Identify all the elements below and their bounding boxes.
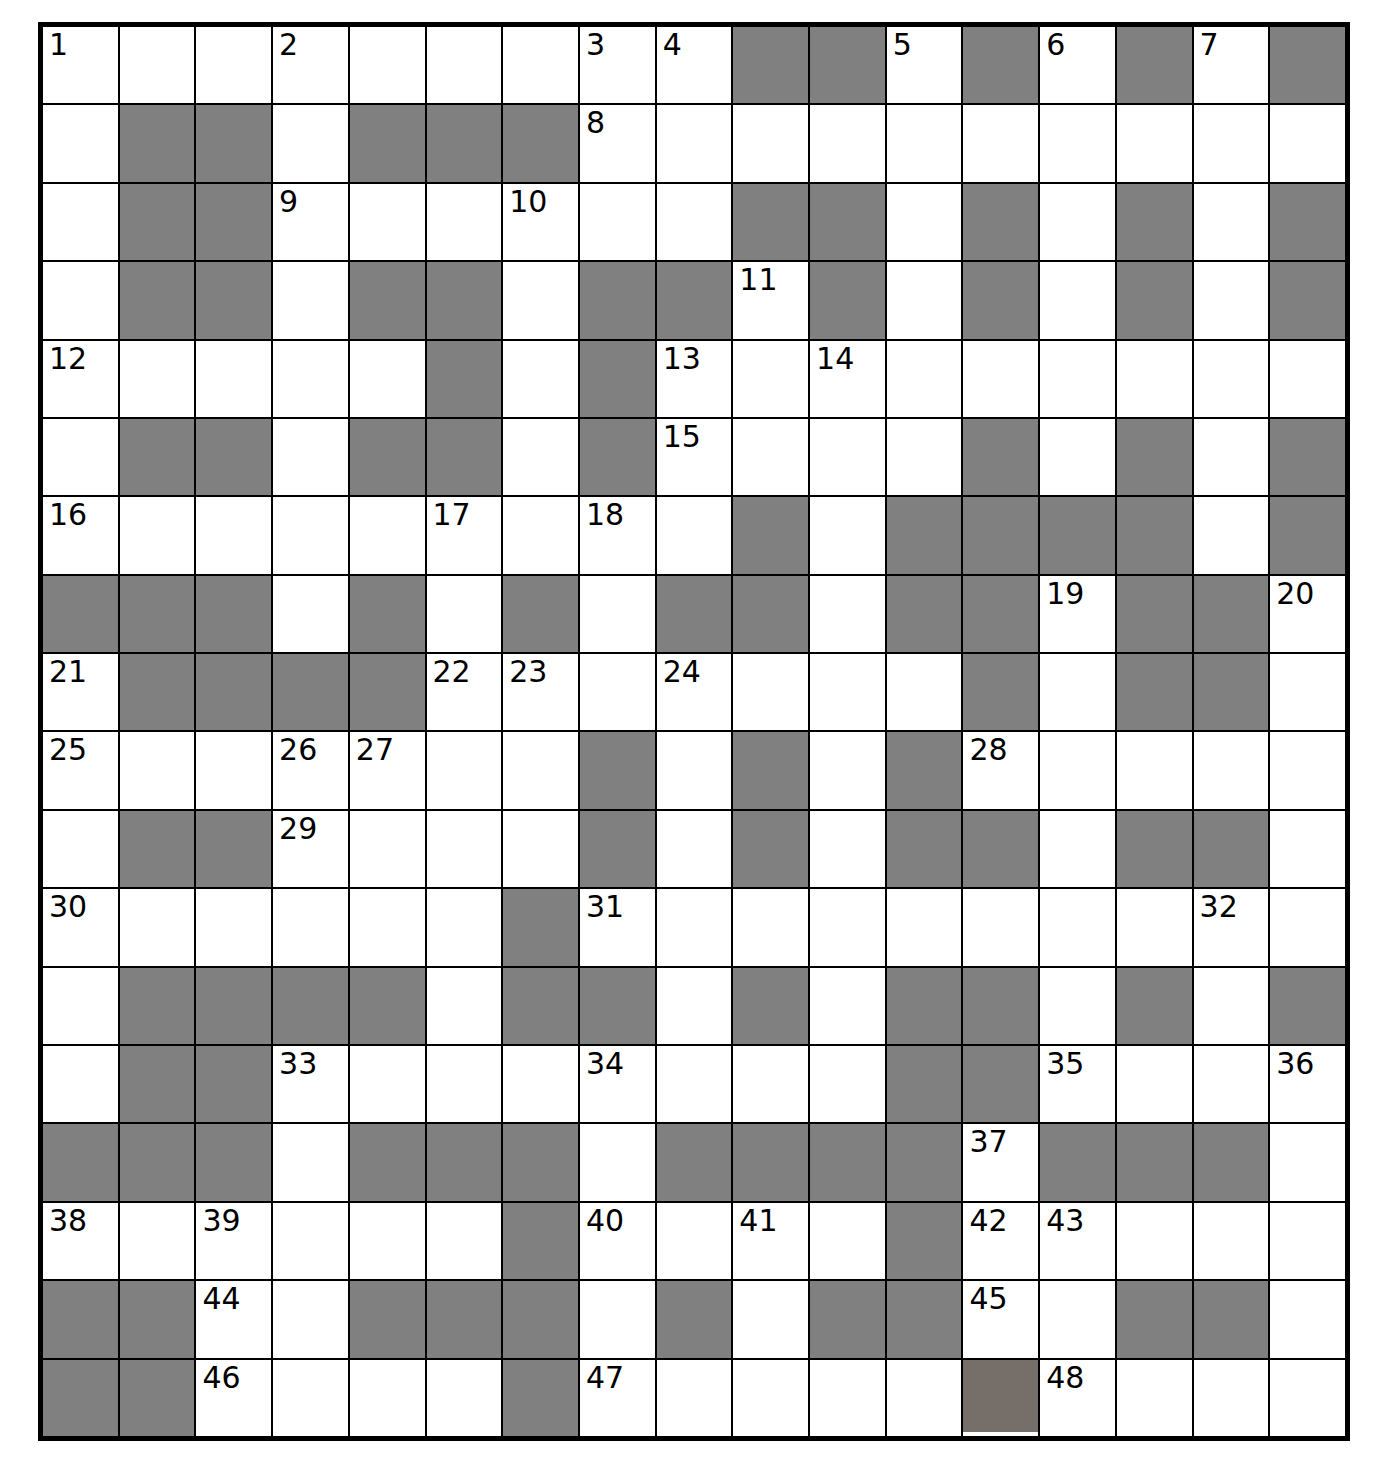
cell-r16c6[interactable] xyxy=(427,1203,502,1279)
cell-r2c15[interactable] xyxy=(1117,105,1192,181)
cell-r12c4[interactable] xyxy=(273,889,348,965)
cell-r2c1[interactable] xyxy=(43,105,118,181)
cell-r18c4[interactable] xyxy=(273,1360,348,1436)
cell-r5c3[interactable] xyxy=(196,341,271,417)
clue-number-25: 25 xyxy=(49,733,87,768)
cell-r16c17[interactable] xyxy=(1270,1203,1345,1279)
block-r4c2 xyxy=(120,262,195,338)
block-r5c8 xyxy=(580,341,655,417)
cell-r9c9[interactable]: 24 xyxy=(657,654,732,730)
block-r8c2 xyxy=(120,576,195,652)
cell-r1c12[interactable]: 5 xyxy=(887,27,962,103)
block-r17c16 xyxy=(1194,1281,1269,1357)
block-r6c3 xyxy=(196,419,271,495)
block-r13c15 xyxy=(1117,968,1192,1044)
cell-r6c1[interactable] xyxy=(43,419,118,495)
cell-r2c12[interactable] xyxy=(887,105,962,181)
cell-r5c5[interactable] xyxy=(350,341,425,417)
block-r11c2 xyxy=(120,811,195,887)
cell-r16c15[interactable] xyxy=(1117,1203,1192,1279)
cell-r17c14[interactable] xyxy=(1040,1281,1115,1357)
cell-r18c14[interactable]: 48 xyxy=(1040,1360,1115,1436)
clue-number-42: 42 xyxy=(969,1204,1007,1239)
cell-r12c2[interactable] xyxy=(120,889,195,965)
cell-r2c17[interactable] xyxy=(1270,105,1345,181)
cell-r2c10[interactable] xyxy=(733,105,808,181)
cell-r15c4[interactable] xyxy=(273,1124,348,1200)
clue-number-26: 26 xyxy=(279,733,317,768)
block-r7c17 xyxy=(1270,497,1345,573)
cell-r4c14[interactable] xyxy=(1040,262,1115,338)
block-r13c2 xyxy=(120,968,195,1044)
cell-r14c11[interactable] xyxy=(810,1046,885,1122)
cell-r16c11[interactable] xyxy=(810,1203,885,1279)
cell-r12c16[interactable]: 32 xyxy=(1194,889,1269,965)
block-r15c7 xyxy=(503,1124,578,1200)
cell-r12c10[interactable] xyxy=(733,889,808,965)
cell-r16c13[interactable]: 42 xyxy=(963,1203,1038,1279)
cell-r1c2[interactable] xyxy=(120,27,195,103)
clue-number-30: 30 xyxy=(49,890,87,925)
block-r1c10 xyxy=(733,27,808,103)
cell-r6c12[interactable] xyxy=(887,419,962,495)
clue-number-15: 15 xyxy=(663,420,701,455)
block-r11c15 xyxy=(1117,811,1192,887)
cell-r8c14[interactable]: 19 xyxy=(1040,576,1115,652)
cell-r18c16[interactable] xyxy=(1194,1360,1269,1436)
clue-number-45: 45 xyxy=(969,1282,1007,1317)
cell-r5c1[interactable]: 12 xyxy=(43,341,118,417)
cell-r12c6[interactable] xyxy=(427,889,502,965)
clue-number-34: 34 xyxy=(586,1047,624,1082)
cell-r9c1[interactable]: 21 xyxy=(43,654,118,730)
cell-r7c5[interactable] xyxy=(350,497,425,573)
block-r17c15 xyxy=(1117,1281,1192,1357)
block-r17c12 xyxy=(887,1281,962,1357)
cell-r5c10[interactable] xyxy=(733,341,808,417)
cell-r5c4[interactable] xyxy=(273,341,348,417)
clue-number-47: 47 xyxy=(586,1361,624,1396)
block-r8c10 xyxy=(733,576,808,652)
block-r17c5 xyxy=(350,1281,425,1357)
block-r1c13 xyxy=(963,27,1038,103)
block-r17c6 xyxy=(427,1281,502,1357)
cell-r18c5[interactable] xyxy=(350,1360,425,1436)
cell-r4c4[interactable] xyxy=(273,262,348,338)
cell-r8c4[interactable] xyxy=(273,576,348,652)
cell-r6c4[interactable] xyxy=(273,419,348,495)
cell-r2c8[interactable]: 8 xyxy=(580,105,655,181)
cell-r10c7[interactable] xyxy=(503,732,578,808)
cell-r10c6[interactable] xyxy=(427,732,502,808)
block-r7c15 xyxy=(1117,497,1192,573)
cell-r2c14[interactable] xyxy=(1040,105,1115,181)
block-r7c10 xyxy=(733,497,808,573)
cell-r13c11[interactable] xyxy=(810,968,885,1044)
cell-r13c14[interactable] xyxy=(1040,968,1115,1044)
block-r13c17 xyxy=(1270,968,1345,1044)
cell-r14c10[interactable] xyxy=(733,1046,808,1122)
cell-r16c5[interactable] xyxy=(350,1203,425,1279)
cell-r4c10[interactable]: 11 xyxy=(733,262,808,338)
cell-r1c4[interactable]: 2 xyxy=(273,27,348,103)
cell-r17c8[interactable] xyxy=(580,1281,655,1357)
cell-r7c3[interactable] xyxy=(196,497,271,573)
block-r15c12 xyxy=(887,1124,962,1200)
block-r18c1 xyxy=(43,1360,118,1436)
cell-r11c4[interactable]: 29 xyxy=(273,811,348,887)
cell-r11c7[interactable] xyxy=(503,811,578,887)
cell-r18c15[interactable] xyxy=(1117,1360,1192,1436)
clue-number-22: 22 xyxy=(433,655,471,690)
cell-r13c9[interactable] xyxy=(657,968,732,1044)
clue-number-3: 3 xyxy=(586,28,605,63)
cell-r15c17[interactable] xyxy=(1270,1124,1345,1200)
cell-r17c10[interactable] xyxy=(733,1281,808,1357)
cell-r14c7[interactable] xyxy=(503,1046,578,1122)
cell-r3c9[interactable] xyxy=(657,184,732,260)
cell-r7c9[interactable] xyxy=(657,497,732,573)
cell-r3c6[interactable] xyxy=(427,184,502,260)
cell-r1c9[interactable]: 4 xyxy=(657,27,732,103)
cell-r3c1[interactable] xyxy=(43,184,118,260)
clue-number-41: 41 xyxy=(739,1204,777,1239)
block-r7c12 xyxy=(887,497,962,573)
cell-r4c1[interactable] xyxy=(43,262,118,338)
cell-r1c3[interactable] xyxy=(196,27,271,103)
cell-r17c3[interactable]: 44 xyxy=(196,1281,271,1357)
cell-r14c6[interactable] xyxy=(427,1046,502,1122)
cell-r9c7[interactable]: 23 xyxy=(503,654,578,730)
cell-r12c5[interactable] xyxy=(350,889,425,965)
cell-r9c10[interactable] xyxy=(733,654,808,730)
block-r10c10 xyxy=(733,732,808,808)
block-r15c15 xyxy=(1117,1124,1192,1200)
cell-r12c1[interactable]: 30 xyxy=(43,889,118,965)
block-r9c16 xyxy=(1194,654,1269,730)
cell-r11c1[interactable] xyxy=(43,811,118,887)
cell-r8c17[interactable]: 20 xyxy=(1270,576,1345,652)
cell-r12c3[interactable] xyxy=(196,889,271,965)
cell-r16c9[interactable] xyxy=(657,1203,732,1279)
block-r6c5 xyxy=(350,419,425,495)
cell-r1c6[interactable] xyxy=(427,27,502,103)
clue-number-44: 44 xyxy=(202,1282,240,1317)
cell-r7c2[interactable] xyxy=(120,497,195,573)
block-r15c16 xyxy=(1194,1124,1269,1200)
cell-r5c12[interactable] xyxy=(887,341,962,417)
block-r13c7 xyxy=(503,968,578,1044)
clue-number-48: 48 xyxy=(1046,1361,1084,1396)
block-r10c8 xyxy=(580,732,655,808)
cell-r1c7[interactable] xyxy=(503,27,578,103)
cell-r8c6[interactable] xyxy=(427,576,502,652)
block-r9c13 xyxy=(963,654,1038,730)
cell-r14c15[interactable] xyxy=(1117,1046,1192,1122)
cell-r11c5[interactable] xyxy=(350,811,425,887)
block-r13c10 xyxy=(733,968,808,1044)
cell-r18c17[interactable] xyxy=(1270,1360,1345,1436)
cell-r7c6[interactable]: 17 xyxy=(427,497,502,573)
block-r14c12 xyxy=(887,1046,962,1122)
cell-r10c17[interactable] xyxy=(1270,732,1345,808)
cell-r12c11[interactable] xyxy=(810,889,885,965)
block-r2c3 xyxy=(196,105,271,181)
cell-r14c5[interactable] xyxy=(350,1046,425,1122)
cell-r11c11[interactable] xyxy=(810,811,885,887)
cell-r6c9[interactable]: 15 xyxy=(657,419,732,495)
block-r13c4 xyxy=(273,968,348,1044)
cell-r14c4[interactable]: 33 xyxy=(273,1046,348,1122)
cell-r13c1[interactable] xyxy=(43,968,118,1044)
cell-r8c11[interactable] xyxy=(810,576,885,652)
block-r17c7 xyxy=(503,1281,578,1357)
cell-r3c12[interactable] xyxy=(887,184,962,260)
cell-r11c9[interactable] xyxy=(657,811,732,887)
block-r1c11 xyxy=(810,27,885,103)
cell-r18c6[interactable] xyxy=(427,1360,502,1436)
cell-r11c6[interactable] xyxy=(427,811,502,887)
cell-r11c14[interactable] xyxy=(1040,811,1115,887)
clue-number-9: 9 xyxy=(279,185,298,220)
cell-r10c16[interactable] xyxy=(1194,732,1269,808)
cell-r3c4[interactable]: 9 xyxy=(273,184,348,260)
block-r8c16 xyxy=(1194,576,1269,652)
cell-r13c6[interactable] xyxy=(427,968,502,1044)
clue-number-31: 31 xyxy=(586,890,624,925)
clue-number-14: 14 xyxy=(816,342,854,377)
cell-r12c15[interactable] xyxy=(1117,889,1192,965)
cell-r3c7[interactable]: 10 xyxy=(503,184,578,260)
cell-r8c8[interactable] xyxy=(580,576,655,652)
block-r15c14 xyxy=(1040,1124,1115,1200)
block-r3c15 xyxy=(1117,184,1192,260)
cell-r6c7[interactable] xyxy=(503,419,578,495)
cell-r14c8[interactable]: 34 xyxy=(580,1046,655,1122)
block-r3c13 xyxy=(963,184,1038,260)
cell-r12c9[interactable] xyxy=(657,889,732,965)
cell-r7c11[interactable] xyxy=(810,497,885,573)
cell-r1c8[interactable]: 3 xyxy=(580,27,655,103)
cell-r5c16[interactable] xyxy=(1194,341,1269,417)
cell-r3c5[interactable] xyxy=(350,184,425,260)
clue-number-5: 5 xyxy=(893,28,912,63)
block-r8c12 xyxy=(887,576,962,652)
clue-number-6: 6 xyxy=(1046,28,1065,63)
block-r6c17 xyxy=(1270,419,1345,495)
cell-r12c8[interactable]: 31 xyxy=(580,889,655,965)
cell-r16c16[interactable] xyxy=(1194,1203,1269,1279)
cell-r18c10[interactable] xyxy=(733,1360,808,1436)
block-r3c2 xyxy=(120,184,195,260)
cell-r4c7[interactable] xyxy=(503,262,578,338)
block-r17c11 xyxy=(810,1281,885,1357)
cell-r11c17[interactable] xyxy=(1270,811,1345,887)
clue-number-10: 10 xyxy=(509,185,547,220)
block-r11c8 xyxy=(580,811,655,887)
cell-r10c9[interactable] xyxy=(657,732,732,808)
block-r8c13 xyxy=(963,576,1038,652)
cell-r5c15[interactable] xyxy=(1117,341,1192,417)
block-r18c13 xyxy=(963,1360,1038,1436)
cell-r2c9[interactable] xyxy=(657,105,732,181)
cell-r9c17[interactable] xyxy=(1270,654,1345,730)
cell-r10c14[interactable] xyxy=(1040,732,1115,808)
cell-r1c16[interactable]: 7 xyxy=(1194,27,1269,103)
clue-number-46: 46 xyxy=(202,1361,240,1396)
clue-number-33: 33 xyxy=(279,1047,317,1082)
cell-r5c2[interactable] xyxy=(120,341,195,417)
block-r4c15 xyxy=(1117,262,1192,338)
cell-r5c7[interactable] xyxy=(503,341,578,417)
cell-r16c14[interactable]: 43 xyxy=(1040,1203,1115,1279)
cell-r14c1[interactable] xyxy=(43,1046,118,1122)
cell-r2c4[interactable] xyxy=(273,105,348,181)
cell-r10c4[interactable]: 26 xyxy=(273,732,348,808)
cell-r14c17[interactable]: 36 xyxy=(1270,1046,1345,1122)
cell-r4c12[interactable] xyxy=(887,262,962,338)
clue-number-4: 4 xyxy=(663,28,682,63)
cell-r10c13[interactable]: 28 xyxy=(963,732,1038,808)
cell-r16c10[interactable]: 41 xyxy=(733,1203,808,1279)
clue-number-37: 37 xyxy=(969,1125,1007,1160)
block-r18c2 xyxy=(120,1360,195,1436)
cell-r9c8[interactable] xyxy=(580,654,655,730)
cell-r1c5[interactable] xyxy=(350,27,425,103)
cell-r10c11[interactable] xyxy=(810,732,885,808)
cell-r1c14[interactable]: 6 xyxy=(1040,27,1115,103)
block-r10c12 xyxy=(887,732,962,808)
block-r3c17 xyxy=(1270,184,1345,260)
cell-r15c13[interactable]: 37 xyxy=(963,1124,1038,1200)
cell-r15c8[interactable] xyxy=(580,1124,655,1200)
block-r15c9 xyxy=(657,1124,732,1200)
block-r16c7 xyxy=(503,1203,578,1279)
cell-r5c11[interactable]: 14 xyxy=(810,341,885,417)
cell-r6c10[interactable] xyxy=(733,419,808,495)
cell-r18c9[interactable] xyxy=(657,1360,732,1436)
cell-r17c4[interactable] xyxy=(273,1281,348,1357)
cell-r9c11[interactable] xyxy=(810,654,885,730)
block-r15c2 xyxy=(120,1124,195,1200)
clue-number-23: 23 xyxy=(509,655,547,690)
cell-r14c9[interactable] xyxy=(657,1046,732,1122)
cell-r16c8[interactable]: 40 xyxy=(580,1203,655,1279)
block-r8c1 xyxy=(43,576,118,652)
block-r15c10 xyxy=(733,1124,808,1200)
cell-r18c3[interactable]: 46 xyxy=(196,1360,271,1436)
clue-number-29: 29 xyxy=(279,812,317,847)
block-r8c7 xyxy=(503,576,578,652)
block-r17c2 xyxy=(120,1281,195,1357)
cell-r10c5[interactable]: 27 xyxy=(350,732,425,808)
cell-r18c11[interactable] xyxy=(810,1360,885,1436)
block-r2c2 xyxy=(120,105,195,181)
clue-number-12: 12 xyxy=(49,342,87,377)
cell-r3c14[interactable] xyxy=(1040,184,1115,260)
cell-r16c4[interactable] xyxy=(273,1203,348,1279)
cell-r7c1[interactable]: 16 xyxy=(43,497,118,573)
cell-r6c14[interactable] xyxy=(1040,419,1115,495)
cell-r5c17[interactable] xyxy=(1270,341,1345,417)
block-r18c7 xyxy=(503,1360,578,1436)
cell-r12c14[interactable] xyxy=(1040,889,1115,965)
cell-r9c6[interactable]: 22 xyxy=(427,654,502,730)
clue-number-19: 19 xyxy=(1046,577,1084,612)
clue-number-24: 24 xyxy=(663,655,701,690)
cell-r13c16[interactable] xyxy=(1194,968,1269,1044)
cell-r2c16[interactable] xyxy=(1194,105,1269,181)
cell-r18c8[interactable]: 47 xyxy=(580,1360,655,1436)
cell-r18c12[interactable] xyxy=(887,1360,962,1436)
block-r8c3 xyxy=(196,576,271,652)
cell-r10c3[interactable] xyxy=(196,732,271,808)
block-r11c16 xyxy=(1194,811,1269,887)
block-r13c12 xyxy=(887,968,962,1044)
clue-number-16: 16 xyxy=(49,498,87,533)
cell-r7c16[interactable] xyxy=(1194,497,1269,573)
clue-number-35: 35 xyxy=(1046,1047,1084,1082)
clue-number-38: 38 xyxy=(49,1204,87,1239)
block-r15c11 xyxy=(810,1124,885,1200)
cell-r16c1[interactable]: 38 xyxy=(43,1203,118,1279)
cell-r16c3[interactable]: 39 xyxy=(196,1203,271,1279)
cell-r2c11[interactable] xyxy=(810,105,885,181)
block-r14c13 xyxy=(963,1046,1038,1122)
block-r4c6 xyxy=(427,262,502,338)
cell-r4c16[interactable] xyxy=(1194,262,1269,338)
cell-r7c4[interactable] xyxy=(273,497,348,573)
block-r12c7 xyxy=(503,889,578,965)
cell-r7c7[interactable] xyxy=(503,497,578,573)
cell-r14c16[interactable] xyxy=(1194,1046,1269,1122)
cell-r5c9[interactable]: 13 xyxy=(657,341,732,417)
cell-r3c16[interactable] xyxy=(1194,184,1269,260)
cell-r2c13[interactable] xyxy=(963,105,1038,181)
block-r8c9 xyxy=(657,576,732,652)
cell-r5c13[interactable] xyxy=(963,341,1038,417)
block-r16c12 xyxy=(887,1203,962,1279)
cell-r17c13[interactable]: 45 xyxy=(963,1281,1038,1357)
cell-r10c1[interactable]: 25 xyxy=(43,732,118,808)
crossword-grid: 1234567891011121314151617181920212223242… xyxy=(38,22,1350,1441)
cell-r17c17[interactable] xyxy=(1270,1281,1345,1357)
cell-r1c1[interactable]: 1 xyxy=(43,27,118,103)
block-r13c8 xyxy=(580,968,655,1044)
cell-r3c8[interactable] xyxy=(580,184,655,260)
cell-r16c2[interactable] xyxy=(120,1203,195,1279)
cell-r7c8[interactable]: 18 xyxy=(580,497,655,573)
cell-r12c13[interactable] xyxy=(963,889,1038,965)
clue-number-11: 11 xyxy=(739,263,777,298)
cell-r6c11[interactable] xyxy=(810,419,885,495)
cell-r10c15[interactable] xyxy=(1117,732,1192,808)
cell-r5c14[interactable] xyxy=(1040,341,1115,417)
cell-r10c2[interactable] xyxy=(120,732,195,808)
clue-number-28: 28 xyxy=(969,733,1007,768)
block-r17c1 xyxy=(43,1281,118,1357)
block-r4c3 xyxy=(196,262,271,338)
clue-number-36: 36 xyxy=(1276,1047,1314,1082)
cell-r12c12[interactable] xyxy=(887,889,962,965)
block-r4c8 xyxy=(580,262,655,338)
cell-r14c14[interactable]: 35 xyxy=(1040,1046,1115,1122)
cell-r9c14[interactable] xyxy=(1040,654,1115,730)
cell-r9c12[interactable] xyxy=(887,654,962,730)
block-r3c10 xyxy=(733,184,808,260)
cell-r6c16[interactable] xyxy=(1194,419,1269,495)
cell-r12c17[interactable] xyxy=(1270,889,1345,965)
